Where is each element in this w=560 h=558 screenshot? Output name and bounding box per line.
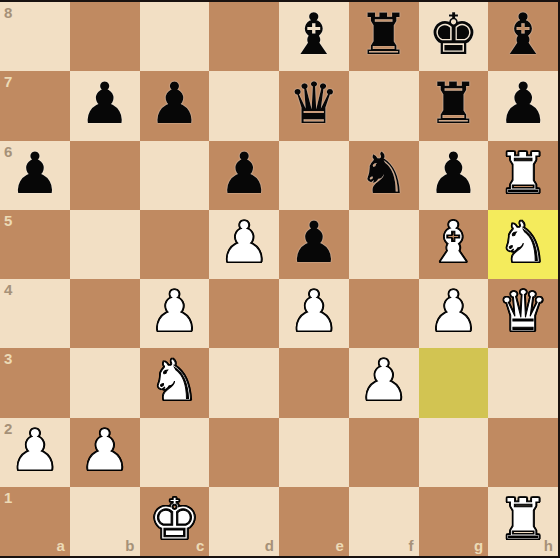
white-pawn-c4[interactable]: ♟ [149,283,200,340]
square-d7[interactable] [209,71,279,140]
rank-label-3: 3 [4,351,12,366]
white-knight-c3[interactable]: ♞ [149,352,200,409]
white-pawn-b2[interactable]: ♟ [79,422,130,479]
black-rook-f8[interactable]: ♜ [358,6,409,63]
square-b3[interactable] [70,348,140,417]
white-bishop-g5[interactable]: ♝ [428,214,479,271]
square-e3[interactable] [279,348,349,417]
black-bishop-h8[interactable]: ♝ [498,6,549,63]
black-bishop-e8[interactable]: ♝ [288,6,339,63]
white-pawn-g4[interactable]: ♟ [428,283,479,340]
square-c2[interactable] [140,418,210,487]
square-f4[interactable] [349,279,419,348]
black-pawn-b7[interactable]: ♟ [79,75,130,132]
square-b2[interactable]: ♟ [70,418,140,487]
square-c1[interactable]: c♚ [140,487,210,556]
white-pawn-a2[interactable]: ♟ [9,422,60,479]
white-rook-h6[interactable]: ♜ [498,145,549,202]
square-d6[interactable]: ♟ [209,141,279,210]
black-pawn-h7[interactable]: ♟ [498,75,549,132]
white-pawn-d5[interactable]: ♟ [219,214,270,271]
white-knight-h5[interactable]: ♞ [498,214,549,271]
black-knight-f6[interactable]: ♞ [358,145,409,202]
rank-label-8: 8 [4,5,12,20]
square-g2[interactable] [419,418,489,487]
chess-board: 8♝♜♚♝7♟♟♛♜♟6♟♟♞♟♜5♟♟♝♞4♟♟♟♛3♞♟2♟♟1abc♚de… [0,0,560,558]
square-b6[interactable] [70,141,140,210]
square-g8[interactable]: ♚ [419,2,489,71]
white-pawn-e4[interactable]: ♟ [288,283,339,340]
square-f3[interactable]: ♟ [349,348,419,417]
square-c7[interactable]: ♟ [140,71,210,140]
black-rook-g7[interactable]: ♜ [428,75,479,132]
square-f7[interactable] [349,71,419,140]
square-c5[interactable] [140,210,210,279]
file-label-f: f [409,538,414,553]
square-h2[interactable] [488,418,558,487]
square-a7[interactable]: 7 [0,71,70,140]
file-label-e: e [335,538,343,553]
square-d3[interactable] [209,348,279,417]
square-f6[interactable]: ♞ [349,141,419,210]
square-a8[interactable]: 8 [0,2,70,71]
file-label-a: a [56,538,64,553]
square-e1[interactable]: e [279,487,349,556]
square-c3[interactable]: ♞ [140,348,210,417]
square-d1[interactable]: d [209,487,279,556]
white-king-c1[interactable]: ♚ [149,491,200,548]
square-d2[interactable] [209,418,279,487]
file-label-b: b [125,538,134,553]
square-b1[interactable]: b [70,487,140,556]
black-queen-e7[interactable]: ♛ [288,75,339,132]
square-e6[interactable] [279,141,349,210]
square-h5[interactable]: ♞ [488,210,558,279]
rank-label-7: 7 [4,74,12,89]
square-g1[interactable]: g [419,487,489,556]
square-f8[interactable]: ♜ [349,2,419,71]
square-g3[interactable] [419,348,489,417]
square-h4[interactable]: ♛ [488,279,558,348]
square-c6[interactable] [140,141,210,210]
square-d4[interactable] [209,279,279,348]
square-g4[interactable]: ♟ [419,279,489,348]
square-h7[interactable]: ♟ [488,71,558,140]
white-pawn-f3[interactable]: ♟ [358,352,409,409]
square-f2[interactable] [349,418,419,487]
black-pawn-c7[interactable]: ♟ [149,75,200,132]
square-e5[interactable]: ♟ [279,210,349,279]
square-b7[interactable]: ♟ [70,71,140,140]
square-a2[interactable]: 2♟ [0,418,70,487]
square-a3[interactable]: 3 [0,348,70,417]
square-a1[interactable]: 1a [0,487,70,556]
square-e7[interactable]: ♛ [279,71,349,140]
square-a5[interactable]: 5 [0,210,70,279]
rank-label-4: 4 [4,282,12,297]
file-label-g: g [474,538,483,553]
square-f5[interactable] [349,210,419,279]
square-h1[interactable]: h♜ [488,487,558,556]
square-d8[interactable] [209,2,279,71]
square-b8[interactable] [70,2,140,71]
square-g7[interactable]: ♜ [419,71,489,140]
white-queen-h4[interactable]: ♛ [498,283,549,340]
square-a6[interactable]: 6♟ [0,141,70,210]
black-pawn-d6[interactable]: ♟ [219,145,270,202]
square-h3[interactable] [488,348,558,417]
square-b5[interactable] [70,210,140,279]
file-label-d: d [265,538,274,553]
square-b4[interactable] [70,279,140,348]
square-g5[interactable]: ♝ [419,210,489,279]
square-c4[interactable]: ♟ [140,279,210,348]
square-e4[interactable]: ♟ [279,279,349,348]
square-a4[interactable]: 4 [0,279,70,348]
square-h8[interactable]: ♝ [488,2,558,71]
square-f1[interactable]: f [349,487,419,556]
black-pawn-e5[interactable]: ♟ [288,214,339,271]
rank-label-5: 5 [4,213,12,228]
square-e8[interactable]: ♝ [279,2,349,71]
black-pawn-g6[interactable]: ♟ [428,145,479,202]
rank-label-1: 1 [4,490,12,505]
square-e2[interactable] [279,418,349,487]
square-d5[interactable]: ♟ [209,210,279,279]
square-c8[interactable] [140,2,210,71]
square-g6[interactable]: ♟ [419,141,489,210]
black-king-g8[interactable]: ♚ [428,6,479,63]
white-rook-h1[interactable]: ♜ [498,491,549,548]
square-h6[interactable]: ♜ [488,141,558,210]
black-pawn-a6[interactable]: ♟ [9,145,60,202]
